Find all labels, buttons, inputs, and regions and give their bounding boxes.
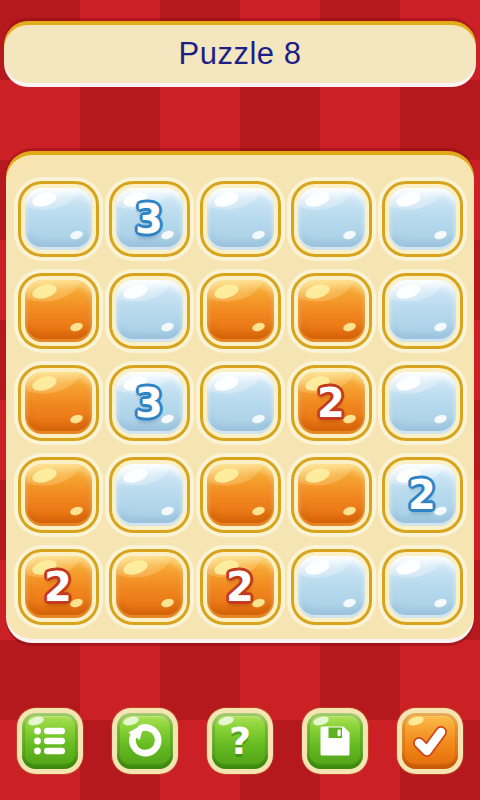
- save-button[interactable]: [302, 708, 368, 774]
- tile-r5c1[interactable]: 2: [18, 549, 99, 625]
- blue-candy: [298, 556, 365, 618]
- save-icon: [317, 723, 353, 759]
- blue-candy: [389, 372, 456, 434]
- tile-r2c4[interactable]: [291, 273, 372, 349]
- orange-candy: 2: [207, 556, 274, 618]
- tile-r1c1[interactable]: [18, 181, 99, 257]
- orange-candy: 2: [25, 556, 92, 618]
- tile-r2c2[interactable]: [109, 273, 190, 349]
- orange-candy: [116, 556, 183, 618]
- blue-candy: 2: [389, 464, 456, 526]
- undo-button[interactable]: [112, 708, 178, 774]
- menu-button[interactable]: [17, 708, 83, 774]
- orange-candy: [25, 280, 92, 342]
- header-banner: Puzzle 8: [4, 25, 476, 83]
- blue-candy: [116, 280, 183, 342]
- tile-r5c5[interactable]: [382, 549, 463, 625]
- tile-r4c3[interactable]: [200, 457, 281, 533]
- game-screen: { "game": "two-color number grid puzzle …: [0, 0, 480, 800]
- blue-candy: [207, 372, 274, 434]
- tile-r5c4[interactable]: [291, 549, 372, 625]
- help-button[interactable]: ?: [207, 708, 273, 774]
- undo-icon: [125, 721, 165, 761]
- tile-r3c4[interactable]: 2: [291, 365, 372, 441]
- orange-candy: [25, 464, 92, 526]
- blue-candy: [389, 188, 456, 250]
- check-icon: [410, 722, 450, 760]
- tile-r3c3[interactable]: [200, 365, 281, 441]
- tile-r3c5[interactable]: [382, 365, 463, 441]
- blue-candy: [389, 280, 456, 342]
- tile-r3c2[interactable]: 3: [109, 365, 190, 441]
- blue-candy: [116, 464, 183, 526]
- tile-number: 2: [317, 383, 345, 423]
- tile-r5c3[interactable]: 2: [200, 549, 281, 625]
- tile-r3c1[interactable]: [18, 365, 99, 441]
- blue-candy: [298, 188, 365, 250]
- orange-candy: 2: [298, 372, 365, 434]
- tile-r4c5[interactable]: 2: [382, 457, 463, 533]
- tile-r1c4[interactable]: [291, 181, 372, 257]
- page-title: Puzzle 8: [179, 36, 302, 72]
- tile-r1c5[interactable]: [382, 181, 463, 257]
- tile-number: 2: [44, 567, 72, 607]
- puzzle-grid: 332222: [6, 155, 474, 625]
- orange-candy: [298, 464, 365, 526]
- tile-r2c1[interactable]: [18, 273, 99, 349]
- tile-number: 3: [135, 383, 163, 423]
- confirm-button[interactable]: [397, 708, 463, 774]
- orange-candy: [207, 280, 274, 342]
- tile-r1c3[interactable]: [200, 181, 281, 257]
- question-icon: ?: [229, 719, 251, 763]
- blue-candy: [389, 556, 456, 618]
- tile-r2c3[interactable]: [200, 273, 281, 349]
- orange-candy: [207, 464, 274, 526]
- list-icon: [32, 725, 68, 757]
- blue-candy: 3: [116, 372, 183, 434]
- blue-candy: [25, 188, 92, 250]
- tile-r4c1[interactable]: [18, 457, 99, 533]
- tile-r1c2[interactable]: 3: [109, 181, 190, 257]
- tile-number: 2: [408, 475, 436, 515]
- toolbar: ?: [0, 708, 480, 774]
- blue-candy: 3: [116, 188, 183, 250]
- tile-r2c5[interactable]: [382, 273, 463, 349]
- tile-number: 2: [226, 567, 254, 607]
- tile-r5c2[interactable]: [109, 549, 190, 625]
- puzzle-panel: 332222: [6, 155, 474, 639]
- blue-candy: [207, 188, 274, 250]
- tile-r4c4[interactable]: [291, 457, 372, 533]
- orange-candy: [298, 280, 365, 342]
- orange-candy: [25, 372, 92, 434]
- tile-r4c2[interactable]: [109, 457, 190, 533]
- tile-number: 3: [135, 199, 163, 239]
